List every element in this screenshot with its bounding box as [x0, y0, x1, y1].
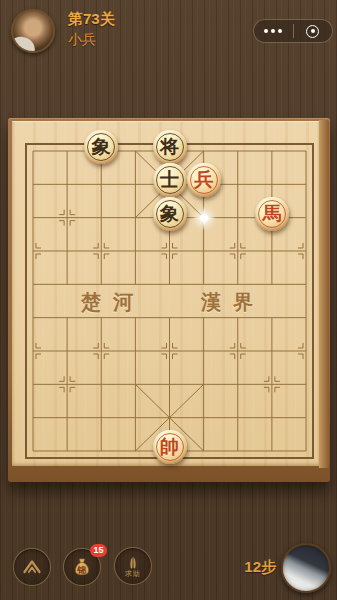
river-label-right: 漢界	[185, 288, 269, 316]
piece-馬[interactable]: 馬	[255, 197, 289, 231]
piece-兵[interactable]: 兵	[187, 163, 221, 197]
ask-help-button[interactable]: 求助	[114, 547, 152, 585]
player-avatar[interactable]	[11, 9, 55, 53]
player-name: 小兵	[68, 31, 96, 49]
opponent-avatar[interactable]	[281, 543, 331, 593]
hint-bag-label: 锦	[64, 564, 100, 577]
piece-帥[interactable]: 帥	[153, 430, 187, 464]
close-circle-icon	[306, 25, 319, 38]
piece-将[interactable]: 将	[153, 130, 187, 164]
ask-help-label: 求助	[125, 571, 141, 578]
more-dots-icon	[271, 29, 275, 33]
menu-button[interactable]	[13, 548, 51, 586]
level-title: 第73关	[68, 10, 115, 29]
river-label-left: 楚河	[65, 288, 149, 316]
chevron-up-icon	[20, 555, 44, 579]
xiangqi-app-screen: 第73关 小兵 楚河 漢界 象将士兵象馬帥 锦 15	[0, 0, 337, 600]
more-dots-icon	[264, 29, 268, 33]
hint-bag-button[interactable]: 锦 15	[63, 548, 101, 586]
piece-士[interactable]: 士	[153, 163, 187, 197]
hint-count-badge: 15	[90, 544, 107, 557]
more-dots-icon	[278, 29, 282, 33]
wechat-capsule	[253, 19, 333, 43]
step-counter: 12步	[228, 558, 276, 577]
close-button[interactable]	[294, 20, 333, 42]
piece-象[interactable]: 象	[153, 197, 187, 231]
piece-象[interactable]: 象	[84, 130, 118, 164]
more-button[interactable]	[254, 20, 293, 42]
last-move-sparkle-icon	[194, 208, 214, 228]
xiangqi-board: 楚河 漢界 象将士兵象馬帥	[8, 118, 330, 482]
